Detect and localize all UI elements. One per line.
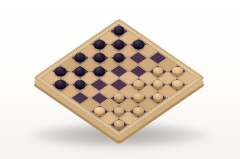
checker-piece-light[interactable] [94,107,104,114]
checkers-product-photo [0,0,240,159]
checker-piece-dark[interactable] [55,80,65,87]
checker-piece-dark[interactable] [133,40,143,47]
checker-piece-light[interactable] [153,80,163,87]
checker-piece-light[interactable] [133,107,143,114]
checker-piece-light[interactable] [172,67,182,74]
checker-piece-dark[interactable] [94,40,104,47]
checker-piece-light[interactable] [133,80,143,87]
checker-piece-dark[interactable] [94,67,104,74]
checker-piece-light[interactable] [153,67,163,74]
checker-piece-dark[interactable] [114,40,124,47]
checker-piece-light[interactable] [114,107,124,114]
checker-piece-light[interactable] [172,80,182,87]
checker-piece-dark[interactable] [55,67,65,74]
checker-piece-dark[interactable] [94,53,104,60]
checker-piece-dark[interactable] [75,67,85,74]
